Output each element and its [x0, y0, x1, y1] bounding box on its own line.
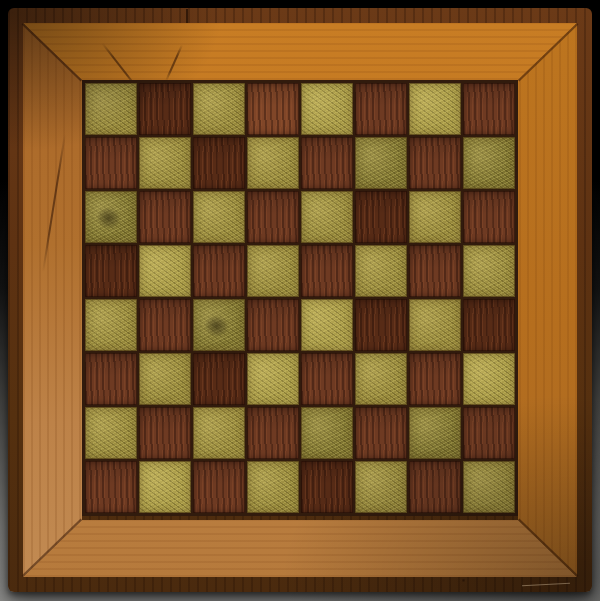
square-f3[interactable] — [355, 353, 407, 405]
square-b6[interactable] — [139, 191, 191, 243]
square-e5[interactable] — [301, 245, 353, 297]
square-g3[interactable] — [409, 353, 461, 405]
square-h8[interactable] — [463, 83, 515, 135]
square-c2[interactable] — [193, 407, 245, 459]
square-e1[interactable] — [301, 461, 353, 513]
square-b4[interactable] — [139, 299, 191, 351]
square-f2[interactable] — [355, 407, 407, 459]
square-b5[interactable] — [139, 245, 191, 297]
square-h2[interactable] — [463, 407, 515, 459]
square-e3[interactable] — [301, 353, 353, 405]
square-a1[interactable] — [85, 461, 137, 513]
square-e4[interactable] — [301, 299, 353, 351]
square-c6[interactable] — [193, 191, 245, 243]
board-frame — [23, 23, 577, 577]
square-a4[interactable] — [85, 299, 137, 351]
square-g4[interactable] — [409, 299, 461, 351]
square-e2[interactable] — [301, 407, 353, 459]
square-d1[interactable] — [247, 461, 299, 513]
square-g6[interactable] — [409, 191, 461, 243]
square-c4[interactable] — [193, 299, 245, 351]
square-g7[interactable] — [409, 137, 461, 189]
square-a2[interactable] — [85, 407, 137, 459]
square-g1[interactable] — [409, 461, 461, 513]
square-a8[interactable] — [85, 83, 137, 135]
rail-scratch-mark — [522, 583, 570, 587]
square-d8[interactable] — [247, 83, 299, 135]
square-e8[interactable] — [301, 83, 353, 135]
square-h6[interactable] — [463, 191, 515, 243]
square-b7[interactable] — [139, 137, 191, 189]
square-c5[interactable] — [193, 245, 245, 297]
square-f5[interactable] — [355, 245, 407, 297]
square-f6[interactable] — [355, 191, 407, 243]
game-board — [8, 8, 592, 592]
square-h5[interactable] — [463, 245, 515, 297]
square-d4[interactable] — [247, 299, 299, 351]
square-c8[interactable] — [193, 83, 245, 135]
square-f4[interactable] — [355, 299, 407, 351]
square-c1[interactable] — [193, 461, 245, 513]
square-h7[interactable] — [463, 137, 515, 189]
square-f8[interactable] — [355, 83, 407, 135]
square-e6[interactable] — [301, 191, 353, 243]
square-h1[interactable] — [463, 461, 515, 513]
square-a3[interactable] — [85, 353, 137, 405]
square-b2[interactable] — [139, 407, 191, 459]
square-h3[interactable] — [463, 353, 515, 405]
square-b3[interactable] — [139, 353, 191, 405]
square-g2[interactable] — [409, 407, 461, 459]
square-a6[interactable] — [85, 191, 137, 243]
square-h4[interactable] — [463, 299, 515, 351]
checkerboard-grid — [82, 80, 518, 516]
square-c3[interactable] — [193, 353, 245, 405]
square-a5[interactable] — [85, 245, 137, 297]
square-e7[interactable] — [301, 137, 353, 189]
photo-background — [0, 0, 600, 601]
square-d6[interactable] — [247, 191, 299, 243]
square-a7[interactable] — [85, 137, 137, 189]
rail-joint-seam — [186, 9, 188, 23]
square-g5[interactable] — [409, 245, 461, 297]
square-b8[interactable] — [139, 83, 191, 135]
square-d7[interactable] — [247, 137, 299, 189]
square-c7[interactable] — [193, 137, 245, 189]
square-g8[interactable] — [409, 83, 461, 135]
square-d2[interactable] — [247, 407, 299, 459]
square-f1[interactable] — [355, 461, 407, 513]
square-f7[interactable] — [355, 137, 407, 189]
square-d3[interactable] — [247, 353, 299, 405]
square-b1[interactable] — [139, 461, 191, 513]
square-d5[interactable] — [247, 245, 299, 297]
